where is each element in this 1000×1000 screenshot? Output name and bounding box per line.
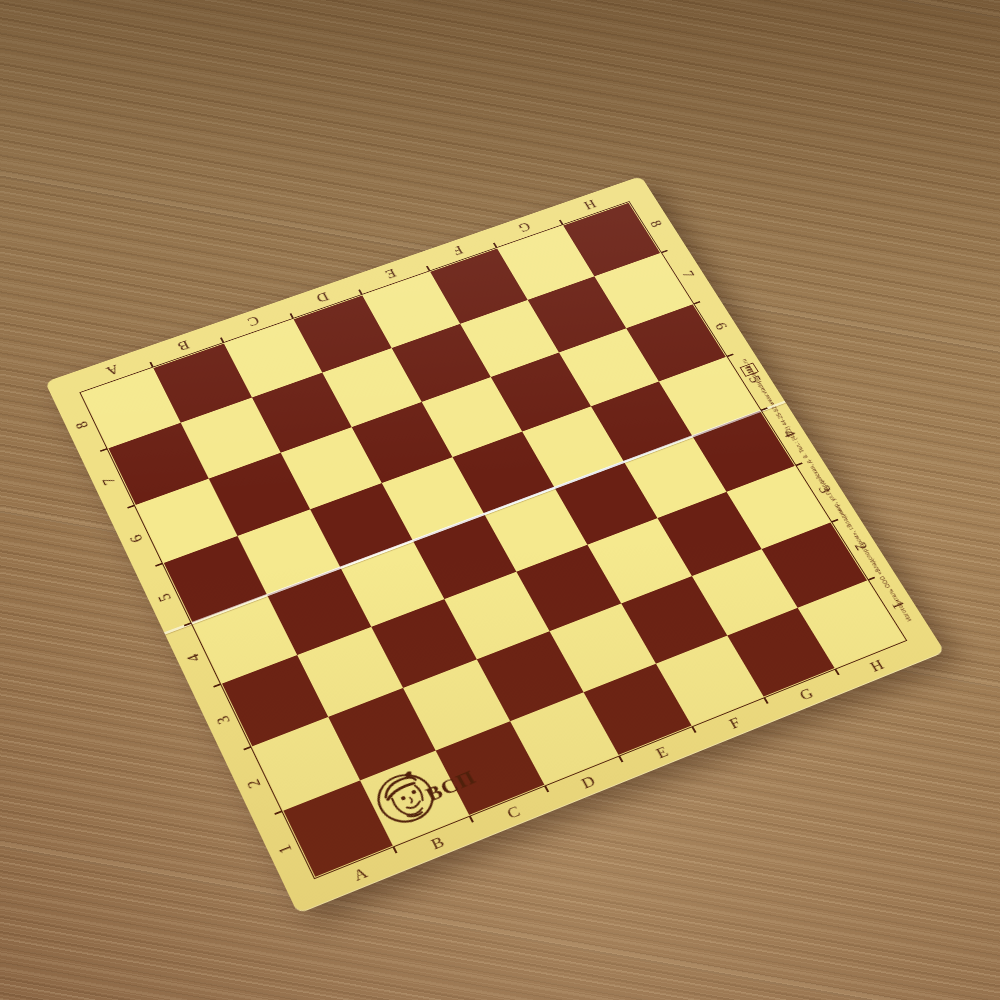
tick-left bbox=[155, 563, 163, 567]
tick-left bbox=[100, 448, 108, 451]
tick-right bbox=[726, 354, 733, 357]
tick-right bbox=[831, 519, 838, 522]
tick-right bbox=[795, 463, 802, 466]
tick-left bbox=[274, 811, 282, 815]
tick-right bbox=[693, 301, 700, 304]
tick-right bbox=[661, 250, 668, 253]
scene: AA88BB77CC66DD55EE44FF33GG22HH11 bbox=[0, 0, 1000, 1000]
tick-right bbox=[868, 577, 875, 581]
tick-left bbox=[243, 746, 251, 750]
tick-left bbox=[127, 505, 135, 508]
tick-left bbox=[213, 683, 221, 687]
